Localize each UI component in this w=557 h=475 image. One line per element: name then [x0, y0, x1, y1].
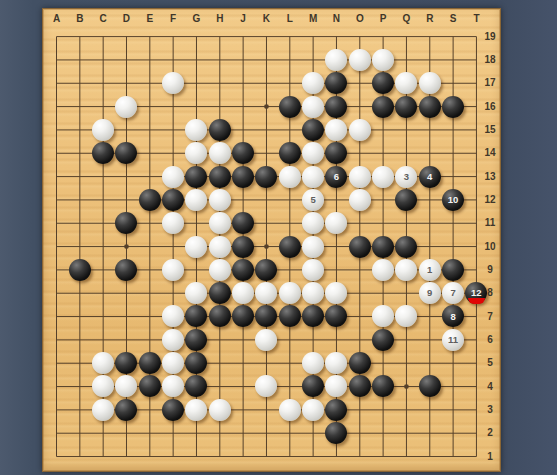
stone-black-P4: [372, 375, 394, 397]
stone-white-K4: [255, 375, 277, 397]
stone-white-M8: [302, 282, 324, 304]
stone-black-H7: [209, 305, 231, 327]
stone-white-F13: [162, 166, 184, 188]
stone-white-R8: 9: [419, 282, 441, 304]
stone-white-G15: [185, 119, 207, 141]
column-label-H: H: [212, 13, 228, 25]
stone-black-Q10: [395, 236, 417, 258]
stone-black-G5: [185, 352, 207, 374]
last-move-marker: [468, 298, 485, 305]
stone-white-F9: [162, 259, 184, 281]
stone-white-L13: [279, 166, 301, 188]
column-label-Q: Q: [398, 13, 414, 25]
move-number-label: 1: [427, 265, 432, 275]
stone-white-H12: [209, 189, 231, 211]
stone-black-D14: [115, 142, 137, 164]
stone-white-P9: [372, 259, 394, 281]
stone-white-Q7: [395, 305, 417, 327]
stone-black-E5: [139, 352, 161, 374]
stone-black-G13: [185, 166, 207, 188]
move-number-label: 7: [450, 288, 455, 298]
stone-black-O4: [349, 375, 371, 397]
stone-white-S8: 7: [442, 282, 464, 304]
stone-white-P7: [372, 305, 394, 327]
stone-white-C15: [92, 119, 114, 141]
stone-black-J10: [232, 236, 254, 258]
stone-white-F5: [162, 352, 184, 374]
stone-white-S6: 11: [442, 329, 464, 351]
stone-black-N3: [325, 399, 347, 421]
move-number-label: 3: [404, 172, 409, 182]
stone-white-L8: [279, 282, 301, 304]
stone-white-M16: [302, 96, 324, 118]
stone-white-O13: [349, 166, 371, 188]
stone-white-Q13: 3: [395, 166, 417, 188]
stone-black-N14: [325, 142, 347, 164]
column-label-D: D: [118, 13, 134, 25]
stone-black-K9: [255, 259, 277, 281]
column-label-J: J: [235, 13, 251, 25]
stone-black-O5: [349, 352, 371, 374]
column-label-K: K: [258, 13, 274, 25]
move-number-label: 6: [334, 172, 339, 182]
stone-white-K6: [255, 329, 277, 351]
column-label-O: O: [352, 13, 368, 25]
stone-black-R13: 4: [419, 166, 441, 188]
stone-white-M13: [302, 166, 324, 188]
move-number-label: 11: [448, 335, 458, 345]
stone-white-N4: [325, 375, 347, 397]
stone-black-F3: [162, 399, 184, 421]
column-label-N: N: [328, 13, 344, 25]
stone-black-N17: [325, 72, 347, 94]
column-label-T: T: [468, 13, 484, 25]
stone-white-F11: [162, 212, 184, 234]
stone-white-M14: [302, 142, 324, 164]
stone-white-N18: [325, 49, 347, 71]
stone-black-E4: [139, 375, 161, 397]
stone-black-L7: [279, 305, 301, 327]
stone-white-G14: [185, 142, 207, 164]
move-number-label: 9: [427, 288, 432, 298]
app-background: 63451019712811 ABCDEFGHJKLMNOPQRST 19181…: [0, 0, 557, 475]
stone-black-L14: [279, 142, 301, 164]
stone-black-B9: [69, 259, 91, 281]
column-label-F: F: [165, 13, 181, 25]
stone-white-D16: [115, 96, 137, 118]
move-number-label: 8: [450, 312, 455, 322]
column-label-G: G: [188, 13, 204, 25]
stone-white-M11: [302, 212, 324, 234]
stone-white-F4: [162, 375, 184, 397]
stone-white-C4: [92, 375, 114, 397]
stone-black-H15: [209, 119, 231, 141]
stone-white-M17: [302, 72, 324, 94]
move-number-label: 12: [471, 288, 482, 298]
stone-black-P6: [372, 329, 394, 351]
stone-white-F6: [162, 329, 184, 351]
stone-white-H9: [209, 259, 231, 281]
move-number-label: 5: [310, 195, 315, 205]
stone-white-F17: [162, 72, 184, 94]
column-label-P: P: [375, 13, 391, 25]
stone-white-F7: [162, 305, 184, 327]
stone-white-G8: [185, 282, 207, 304]
stone-white-O15: [349, 119, 371, 141]
stone-white-G12: [185, 189, 207, 211]
stone-black-L16: [279, 96, 301, 118]
column-label-A: A: [49, 13, 65, 25]
stone-black-R16: [419, 96, 441, 118]
stone-black-D3: [115, 399, 137, 421]
stone-black-G6: [185, 329, 207, 351]
stone-white-D4: [115, 375, 137, 397]
stone-white-N15: [325, 119, 347, 141]
stones-layer: 63451019712811: [45, 25, 488, 468]
stone-black-Q16: [395, 96, 417, 118]
stone-white-O12: [349, 189, 371, 211]
column-label-R: R: [422, 13, 438, 25]
column-label-L: L: [282, 13, 298, 25]
go-board[interactable]: 63451019712811 ABCDEFGHJKLMNOPQRST 19181…: [42, 8, 501, 472]
stone-black-H13: [209, 166, 231, 188]
stone-white-N5: [325, 352, 347, 374]
stone-black-C14: [92, 142, 114, 164]
stone-black-N16: [325, 96, 347, 118]
stone-black-T8: 12: [465, 282, 487, 304]
stone-white-P13: [372, 166, 394, 188]
stone-black-G7: [185, 305, 207, 327]
stone-black-O10: [349, 236, 371, 258]
column-label-C: C: [95, 13, 111, 25]
stone-white-G3: [185, 399, 207, 421]
column-label-M: M: [305, 13, 321, 25]
stone-black-E12: [139, 189, 161, 211]
stone-black-D11: [115, 212, 137, 234]
stone-white-M9: [302, 259, 324, 281]
stone-white-G10: [185, 236, 207, 258]
column-label-S: S: [445, 13, 461, 25]
stone-white-Q17: [395, 72, 417, 94]
stone-white-C5: [92, 352, 114, 374]
stone-white-M12: 5: [302, 189, 324, 211]
stone-white-H11: [209, 212, 231, 234]
stone-black-N2: [325, 422, 347, 444]
stone-black-N13: 6: [325, 166, 347, 188]
stone-black-S12: 10: [442, 189, 464, 211]
stone-black-P17: [372, 72, 394, 94]
stone-black-G4: [185, 375, 207, 397]
stone-black-H8: [209, 282, 231, 304]
column-label-E: E: [142, 13, 158, 25]
stone-white-N11: [325, 212, 347, 234]
stone-white-J8: [232, 282, 254, 304]
stone-white-H14: [209, 142, 231, 164]
stone-black-M4: [302, 375, 324, 397]
stone-white-R9: 1: [419, 259, 441, 281]
stone-white-M3: [302, 399, 324, 421]
stone-black-S9: [442, 259, 464, 281]
stone-black-J9: [232, 259, 254, 281]
stone-black-J14: [232, 142, 254, 164]
stone-white-R17: [419, 72, 441, 94]
stone-white-H10: [209, 236, 231, 258]
stone-black-S16: [442, 96, 464, 118]
stone-white-O18: [349, 49, 371, 71]
stone-black-J11: [232, 212, 254, 234]
move-number-label: 10: [448, 195, 459, 205]
stone-black-P16: [372, 96, 394, 118]
stone-white-K8: [255, 282, 277, 304]
stone-black-K7: [255, 305, 277, 327]
stone-black-J13: [232, 166, 254, 188]
stone-white-H3: [209, 399, 231, 421]
stone-black-P10: [372, 236, 394, 258]
stone-white-N8: [325, 282, 347, 304]
stone-black-D9: [115, 259, 137, 281]
stone-black-K13: [255, 166, 277, 188]
stone-white-L3: [279, 399, 301, 421]
stone-white-M10: [302, 236, 324, 258]
column-label-B: B: [72, 13, 88, 25]
stone-black-J7: [232, 305, 254, 327]
stone-black-M7: [302, 305, 324, 327]
stone-black-S7: 8: [442, 305, 464, 327]
stone-white-P18: [372, 49, 394, 71]
stone-black-M15: [302, 119, 324, 141]
stone-white-Q9: [395, 259, 417, 281]
stone-black-D5: [115, 352, 137, 374]
stone-black-Q12: [395, 189, 417, 211]
stone-black-N7: [325, 305, 347, 327]
stone-black-L10: [279, 236, 301, 258]
stone-white-C3: [92, 399, 114, 421]
stone-white-M5: [302, 352, 324, 374]
move-number-label: 4: [427, 172, 432, 182]
stone-black-R4: [419, 375, 441, 397]
stone-black-F12: [162, 189, 184, 211]
